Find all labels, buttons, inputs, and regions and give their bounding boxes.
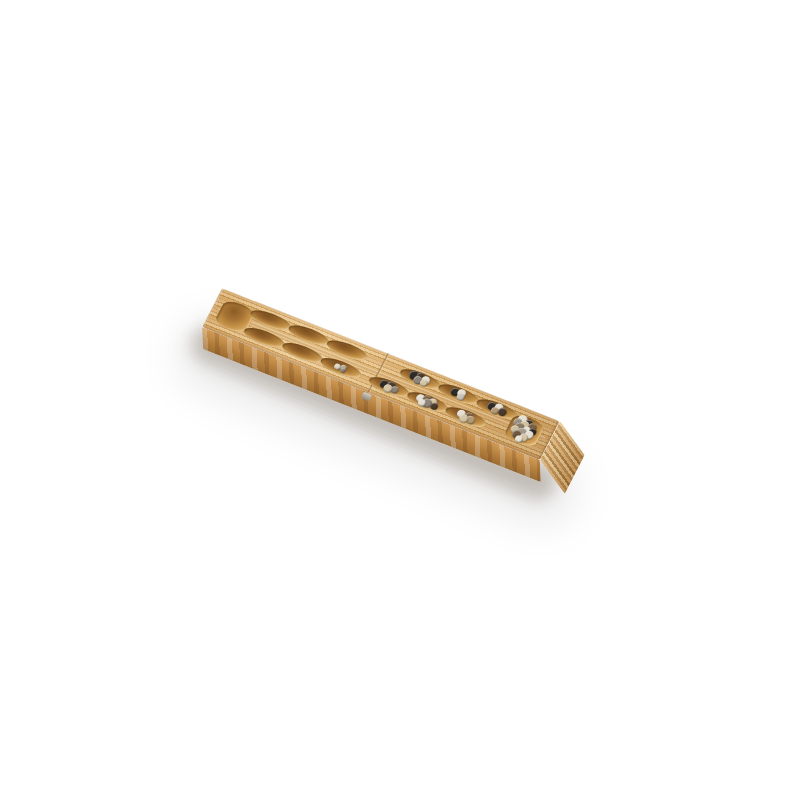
product-photo xyxy=(0,0,800,800)
